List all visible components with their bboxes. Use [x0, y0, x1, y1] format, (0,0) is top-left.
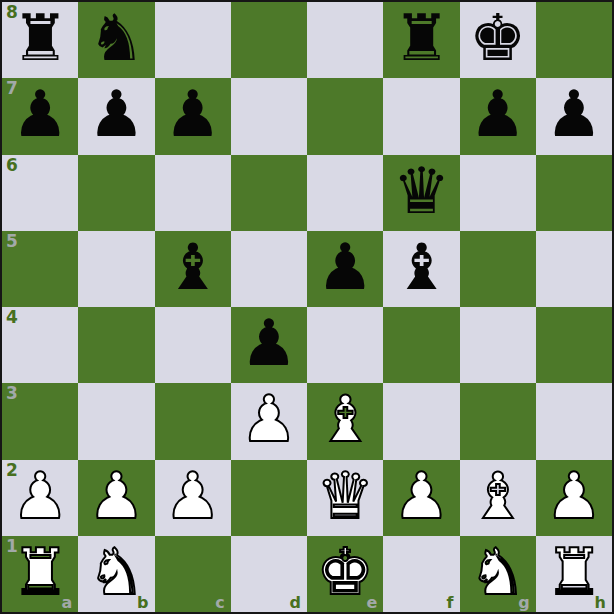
square-e4[interactable]	[307, 307, 383, 383]
square-g4[interactable]	[460, 307, 536, 383]
white-bishop[interactable]: ♝	[316, 387, 373, 451]
square-c8[interactable]	[155, 2, 231, 78]
square-b6[interactable]	[78, 155, 154, 231]
square-d7[interactable]	[231, 78, 307, 154]
black-pawn[interactable]: ♟	[469, 82, 526, 146]
square-h3[interactable]	[536, 383, 612, 459]
square-f7[interactable]	[383, 78, 459, 154]
square-e3[interactable]: ♝	[307, 383, 383, 459]
square-c7[interactable]: ♟	[155, 78, 231, 154]
square-f8[interactable]: ♜	[383, 2, 459, 78]
square-a6[interactable]: 6	[2, 155, 78, 231]
black-knight[interactable]: ♞	[88, 6, 145, 70]
square-h6[interactable]	[536, 155, 612, 231]
black-rook[interactable]: ♜	[11, 6, 68, 70]
square-g6[interactable]	[460, 155, 536, 231]
rank-label-6: 6	[6, 157, 18, 174]
square-b1[interactable]: ♞b	[78, 536, 154, 612]
square-d3[interactable]: ♟	[231, 383, 307, 459]
white-pawn[interactable]: ♟	[393, 464, 450, 528]
square-g1[interactable]: ♞g	[460, 536, 536, 612]
square-a5[interactable]: 5	[2, 231, 78, 307]
square-f1[interactable]: f	[383, 536, 459, 612]
square-g2[interactable]: ♝	[460, 460, 536, 536]
square-b2[interactable]: ♟	[78, 460, 154, 536]
square-f6[interactable]: ♛	[383, 155, 459, 231]
white-bishop[interactable]: ♝	[469, 464, 526, 528]
white-pawn[interactable]: ♟	[11, 464, 68, 528]
white-queen[interactable]: ♛	[316, 464, 373, 528]
square-g8[interactable]: ♚	[460, 2, 536, 78]
black-pawn[interactable]: ♟	[316, 235, 373, 299]
white-king[interactable]: ♚	[316, 540, 373, 604]
black-queen[interactable]: ♛	[393, 159, 450, 223]
rank-label-5: 5	[6, 233, 18, 250]
square-e6[interactable]	[307, 155, 383, 231]
file-label-c: c	[215, 595, 224, 611]
rank-label-3: 3	[6, 385, 18, 402]
black-pawn[interactable]: ♟	[545, 82, 602, 146]
file-label-f: f	[447, 595, 454, 611]
square-d8[interactable]	[231, 2, 307, 78]
square-g7[interactable]: ♟	[460, 78, 536, 154]
rank-label-4: 4	[6, 309, 18, 326]
square-b5[interactable]	[78, 231, 154, 307]
square-h1[interactable]: ♜h	[536, 536, 612, 612]
black-pawn[interactable]: ♟	[88, 82, 145, 146]
square-g5[interactable]	[460, 231, 536, 307]
square-h8[interactable]	[536, 2, 612, 78]
square-e5[interactable]: ♟	[307, 231, 383, 307]
square-d6[interactable]	[231, 155, 307, 231]
square-f2[interactable]: ♟	[383, 460, 459, 536]
black-bishop[interactable]: ♝	[393, 235, 450, 299]
square-b8[interactable]: ♞	[78, 2, 154, 78]
square-d2[interactable]	[231, 460, 307, 536]
square-e7[interactable]	[307, 78, 383, 154]
white-rook[interactable]: ♜	[11, 540, 68, 604]
black-pawn[interactable]: ♟	[11, 82, 68, 146]
square-b4[interactable]	[78, 307, 154, 383]
square-c5[interactable]: ♝	[155, 231, 231, 307]
black-pawn[interactable]: ♟	[240, 311, 297, 375]
square-e1[interactable]: ♚e	[307, 536, 383, 612]
square-c2[interactable]: ♟	[155, 460, 231, 536]
black-rook[interactable]: ♜	[393, 6, 450, 70]
white-pawn[interactable]: ♟	[545, 464, 602, 528]
square-e8[interactable]	[307, 2, 383, 78]
square-h7[interactable]: ♟	[536, 78, 612, 154]
white-knight[interactable]: ♞	[469, 540, 526, 604]
square-h4[interactable]	[536, 307, 612, 383]
black-bishop[interactable]: ♝	[164, 235, 221, 299]
file-label-d: d	[290, 595, 301, 611]
square-f4[interactable]	[383, 307, 459, 383]
white-pawn[interactable]: ♟	[88, 464, 145, 528]
square-d5[interactable]	[231, 231, 307, 307]
white-knight[interactable]: ♞	[88, 540, 145, 604]
square-b3[interactable]	[78, 383, 154, 459]
square-c1[interactable]: c	[155, 536, 231, 612]
black-king[interactable]: ♚	[469, 6, 526, 70]
square-a7[interactable]: ♟7	[2, 78, 78, 154]
square-e2[interactable]: ♛	[307, 460, 383, 536]
square-a2[interactable]: ♟2	[2, 460, 78, 536]
square-g3[interactable]	[460, 383, 536, 459]
chess-board: ♜8♞♜♚♟7♟♟♟♟6♛5♝♟♝4♟3♟♝♟2♟♟♛♟♝♟♜1a♞bcd♚ef…	[0, 0, 614, 614]
square-d4[interactable]: ♟	[231, 307, 307, 383]
white-pawn[interactable]: ♟	[164, 464, 221, 528]
square-f5[interactable]: ♝	[383, 231, 459, 307]
square-c4[interactable]	[155, 307, 231, 383]
square-a8[interactable]: ♜8	[2, 2, 78, 78]
square-a4[interactable]: 4	[2, 307, 78, 383]
square-d1[interactable]: d	[231, 536, 307, 612]
square-h2[interactable]: ♟	[536, 460, 612, 536]
square-a1[interactable]: ♜1a	[2, 536, 78, 612]
black-pawn[interactable]: ♟	[164, 82, 221, 146]
square-b7[interactable]: ♟	[78, 78, 154, 154]
square-h5[interactable]	[536, 231, 612, 307]
white-pawn[interactable]: ♟	[240, 387, 297, 451]
square-c3[interactable]	[155, 383, 231, 459]
square-f3[interactable]	[383, 383, 459, 459]
square-a3[interactable]: 3	[2, 383, 78, 459]
white-rook[interactable]: ♜	[545, 540, 602, 604]
square-c6[interactable]	[155, 155, 231, 231]
